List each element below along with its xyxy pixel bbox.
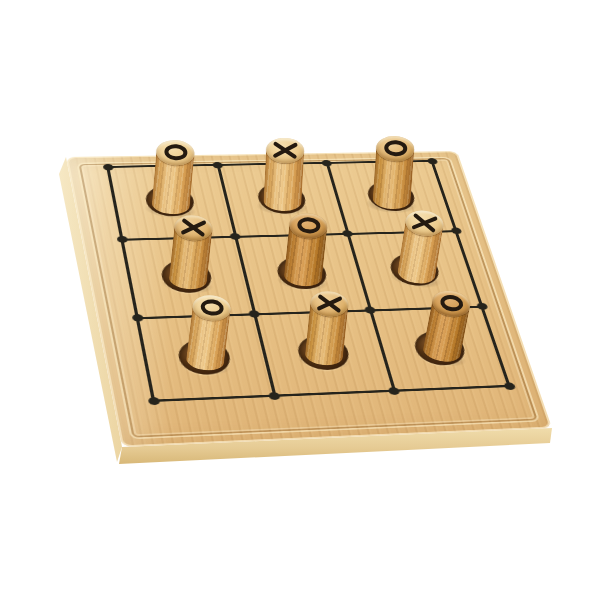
- o-mark-icon: [438, 293, 464, 313]
- peg-r1c1-o[interactable]: [283, 211, 328, 288]
- x-mark-icon: [179, 217, 208, 237]
- peg-layer: [0, 0, 612, 612]
- peg-r2c1-x[interactable]: [304, 289, 350, 367]
- product-photo-scene: [0, 0, 612, 612]
- x-mark-icon: [410, 212, 439, 233]
- peg-r2c0-o[interactable]: [185, 293, 232, 372]
- peg-r2c2-o[interactable]: [421, 288, 472, 365]
- x-mark-icon: [315, 293, 344, 313]
- x-mark-icon: [271, 141, 299, 159]
- peg-r0c1-x[interactable]: [263, 137, 305, 212]
- peg-r1c0-x[interactable]: [168, 213, 214, 291]
- o-mark-icon: [383, 139, 407, 157]
- o-mark-icon: [199, 298, 224, 317]
- peg-r0c0-o[interactable]: [151, 139, 195, 216]
- o-mark-icon: [163, 143, 187, 161]
- o-mark-icon: [296, 216, 321, 234]
- peg-r0c2-o[interactable]: [372, 135, 415, 210]
- peg-r1c2-x[interactable]: [396, 208, 445, 286]
